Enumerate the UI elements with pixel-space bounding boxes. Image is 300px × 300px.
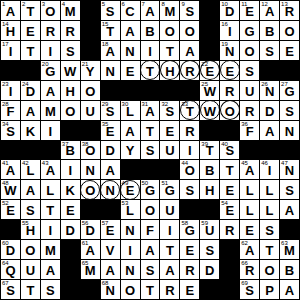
letter: U — [165, 204, 174, 219]
block-cell-r1c11 — [200, 1, 219, 20]
cell-r10c3: L — [41, 180, 60, 199]
letter: L — [246, 184, 254, 199]
cell-r6c14: D — [260, 101, 279, 120]
block-cell-r12c1 — [1, 220, 20, 239]
letter: T — [26, 45, 34, 60]
letter: E — [225, 184, 234, 199]
cell-r13c14: T — [260, 240, 279, 259]
block-cell-r4c15 — [280, 61, 299, 80]
cell-r12c6: 57E — [101, 220, 120, 239]
cell-r2c13: G — [240, 21, 259, 40]
block-cell-r14c12 — [220, 260, 239, 279]
clue-number: 14 — [2, 21, 9, 28]
clue-number: 8 — [161, 1, 164, 8]
letter: A — [285, 284, 294, 299]
cell-r5c3: A — [41, 81, 60, 100]
clue-number: 52 — [2, 200, 9, 207]
letter: U — [245, 85, 254, 100]
cell-r8c5: 38O — [81, 141, 100, 160]
cell-r6c12: O — [220, 101, 239, 120]
letter: A — [125, 125, 134, 140]
clue-number: 65 — [82, 260, 89, 267]
cell-r11c9: U — [160, 200, 179, 219]
clue-number: 50 — [142, 180, 149, 187]
letter: O — [265, 264, 275, 279]
cell-r10c10: S — [180, 180, 199, 199]
cell-r7c9: E — [160, 121, 179, 140]
letter: L — [46, 184, 54, 199]
clue-number: 3 — [42, 1, 45, 8]
cell-r12c13: E — [240, 220, 259, 239]
letter: R — [165, 284, 174, 299]
cell-r15c13: 69S — [240, 280, 259, 299]
cell-r7c6: 35E — [101, 121, 120, 140]
cell-r9c10: 44O — [180, 160, 199, 179]
clue-number: 28 — [2, 101, 9, 108]
clue-number: 37 — [62, 141, 69, 148]
cell-r6c7: 30L — [121, 101, 140, 120]
clue-number: 61 — [82, 240, 89, 247]
cell-r11c7: 53L — [121, 200, 140, 219]
cell-r13c8: A — [141, 240, 160, 259]
clue-number: 16 — [221, 21, 228, 28]
letter: K — [66, 184, 75, 199]
cell-r2c2: E — [21, 21, 40, 40]
cell-r8c7: Y — [121, 141, 140, 160]
letter: O — [125, 284, 135, 299]
clue-number: 58 — [181, 220, 188, 227]
letter: E — [186, 244, 195, 259]
letter: E — [245, 224, 254, 239]
cell-r2c6: 15T — [101, 21, 120, 40]
cell-r1c14: 12A — [260, 1, 279, 20]
cell-r12c2: 55H — [21, 220, 40, 239]
cell-r9c4: I — [61, 160, 80, 179]
cell-r8c12: 40S — [220, 141, 239, 160]
cell-r8c4: 37B — [61, 141, 80, 160]
cell-r12c12: R — [220, 220, 239, 239]
cell-r10c5: O — [81, 180, 100, 199]
letter: N — [125, 264, 134, 279]
letter: L — [266, 184, 274, 199]
letter: I — [228, 25, 232, 40]
cell-r2c4: R — [61, 21, 80, 40]
letter: A — [145, 244, 154, 259]
clue-number: 66 — [241, 260, 248, 267]
clue-number: 9 — [181, 1, 184, 8]
cell-r6c2: A — [21, 101, 40, 120]
cell-r10c6: N — [101, 180, 120, 199]
cell-r5c5: O — [81, 81, 100, 100]
cell-r2c1: 14H — [1, 21, 20, 40]
cell-r6c10: 33T — [180, 101, 199, 120]
letter: I — [9, 85, 13, 100]
block-cell-r11c6 — [101, 200, 120, 219]
block-cell-r12c15 — [280, 220, 299, 239]
block-cell-r9c7 — [121, 160, 140, 179]
cell-r8c9: U — [160, 141, 179, 160]
block-cell-r5c8 — [141, 81, 160, 100]
letter: E — [26, 25, 35, 40]
cell-r14c9: A — [160, 260, 179, 279]
clue-number: 33 — [181, 101, 188, 108]
letter: N — [125, 45, 134, 60]
letter: A — [145, 5, 154, 20]
clue-number: 10 — [221, 1, 228, 8]
clue-number: 43 — [42, 160, 49, 167]
letter: D — [66, 224, 75, 239]
cell-r13c5: 61A — [81, 240, 100, 259]
letter: R — [185, 264, 194, 279]
cell-r11c4: E — [61, 200, 80, 219]
cell-r14c1: 64Q — [1, 260, 20, 279]
cell-r5c11: 25W — [200, 81, 219, 100]
cell-r9c11: B — [200, 160, 219, 179]
block-cell-r3c11 — [200, 41, 219, 60]
cell-r14c14: O — [260, 260, 279, 279]
letter: O — [45, 5, 55, 20]
letter: V — [106, 244, 115, 259]
cell-r15c2: T — [21, 280, 40, 299]
block-cell-r2c11 — [200, 21, 219, 40]
cell-r9c15: 47N — [280, 160, 299, 179]
letter: E — [166, 125, 175, 140]
block-cell-r15c11 — [200, 280, 219, 299]
letter: H — [66, 85, 75, 100]
letter: Y — [126, 144, 135, 159]
block-cell-r2c5 — [81, 21, 100, 40]
clue-number: 20 — [42, 61, 49, 68]
cell-r4c9: H — [160, 61, 179, 80]
cell-r13c15: 63M — [280, 240, 299, 259]
cell-r7c15: N — [280, 121, 299, 140]
letter: R — [46, 25, 55, 40]
cell-r7c7: A — [121, 121, 140, 140]
cell-r1c10: 9S — [180, 1, 199, 20]
letter: O — [185, 25, 195, 40]
letter: E — [66, 204, 75, 219]
cell-r10c1: 48W — [1, 180, 20, 199]
cell-r1c2: 2T — [21, 1, 40, 20]
letter: U — [85, 105, 94, 120]
letter: S — [265, 45, 274, 60]
letter: O — [284, 25, 294, 40]
cell-r12c4: D — [61, 220, 80, 239]
clue-number: 67 — [2, 280, 9, 287]
cell-r11c15: A — [280, 200, 299, 219]
letter: A — [46, 264, 55, 279]
clue-number: 11 — [241, 1, 247, 8]
cell-r14c15: B — [280, 260, 299, 279]
block-cell-r1c5 — [81, 1, 100, 20]
cell-r13c2: O — [21, 240, 40, 259]
letter: I — [49, 224, 53, 239]
block-cell-r8c14 — [260, 141, 279, 160]
cell-r1c12: 10D — [220, 1, 239, 20]
cell-r6c5: U — [81, 101, 100, 120]
clue-number: 19 — [221, 41, 228, 48]
cell-r6c3: M — [41, 101, 60, 120]
cell-r14c8: S — [141, 260, 160, 279]
cell-r1c6: 5S — [101, 1, 120, 20]
cell-r5c14: 26N — [260, 81, 279, 100]
cell-r4c13: S — [240, 61, 259, 80]
cell-r13c11: S — [200, 240, 219, 259]
cell-r13c7: I — [121, 240, 140, 259]
letter: T — [266, 244, 274, 259]
clue-number: 29 — [102, 101, 109, 108]
block-cell-r7c4 — [61, 121, 80, 140]
block-cell-r5c6 — [101, 81, 120, 100]
cell-r11c3: T — [41, 200, 60, 219]
cell-r3c6: 18A — [101, 41, 120, 60]
letter: S — [285, 105, 294, 120]
clue-number: 21 — [82, 61, 89, 68]
letter: R — [185, 125, 194, 140]
cell-r7c1: 34S — [1, 121, 20, 140]
letter: A — [46, 85, 55, 100]
cell-r15c7: O — [121, 280, 140, 299]
letter: N — [105, 184, 114, 199]
cell-r7c13: 36F — [240, 121, 259, 140]
cell-r15c10: E — [180, 280, 199, 299]
letter: I — [168, 224, 172, 239]
cell-r10c4: K — [61, 180, 80, 199]
cell-r4c7: E — [121, 61, 140, 80]
letter: P — [265, 284, 274, 299]
letter: C — [125, 5, 134, 20]
clue-number: 60 — [2, 240, 9, 247]
cell-r14c11: D — [200, 260, 219, 279]
cell-r3c7: N — [121, 41, 140, 60]
cell-r14c13: 66R — [240, 260, 259, 279]
cell-r12c7: N — [121, 220, 140, 239]
cell-r10c9: 51G — [160, 180, 179, 199]
cell-r12c10: 58G — [180, 220, 199, 239]
block-cell-r7c11 — [200, 121, 219, 140]
cell-r15c1: 67S — [1, 280, 20, 299]
block-cell-r8c13 — [240, 141, 259, 160]
cell-r4c11: 22E — [200, 61, 219, 80]
letter: U — [165, 144, 174, 159]
clue-number: 1 — [2, 1, 5, 8]
cell-r10c15: S — [280, 180, 299, 199]
letter: T — [146, 125, 154, 140]
clue-number: 68 — [102, 280, 109, 287]
clue-number: 49 — [122, 180, 129, 187]
letter: I — [268, 164, 272, 179]
cell-r4c10: R — [180, 61, 199, 80]
letter: S — [205, 244, 214, 259]
letter: S — [46, 284, 55, 299]
block-cell-r13c12 — [220, 240, 239, 259]
letter: S — [285, 184, 294, 199]
crossword-board: 1A2T3O4M5S6C7A8M9S10D11E12A13R14HERR15TA… — [0, 0, 300, 300]
letter: I — [68, 164, 72, 179]
cell-r10c2: A — [21, 180, 40, 199]
clue-number: 53 — [122, 200, 129, 207]
cell-r12c11: 59U — [200, 220, 219, 239]
block-cell-r8c3 — [41, 141, 60, 160]
cell-r2c8: B — [141, 21, 160, 40]
clue-number: 5 — [102, 1, 105, 8]
cell-r9c6: A — [101, 160, 120, 179]
letter: M — [65, 5, 76, 20]
cell-r5c1: 23I — [1, 81, 20, 100]
letter: E — [126, 65, 135, 80]
block-cell-r13c4 — [61, 240, 80, 259]
cell-r2c9: O — [160, 21, 179, 40]
cell-r3c15: E — [280, 41, 299, 60]
cell-r11c14: L — [260, 200, 279, 219]
cell-r3c12: 19N — [220, 41, 239, 60]
clue-number: 12 — [261, 1, 268, 8]
cell-r12c5: 56D — [81, 220, 100, 239]
clue-number: 34 — [2, 121, 9, 128]
block-cell-r15c5 — [81, 280, 100, 299]
clue-number: 69 — [241, 280, 248, 287]
cell-r4c6: N — [101, 61, 120, 80]
block-cell-r7c5 — [81, 121, 100, 140]
cell-r6c11: W — [200, 101, 219, 120]
cell-r13c6: V — [101, 240, 120, 259]
letter: I — [49, 125, 53, 140]
block-cell-r9c9 — [160, 160, 179, 179]
cell-r3c13: O — [240, 41, 259, 60]
clue-number: 55 — [22, 220, 29, 227]
cell-r1c15: 13R — [280, 1, 299, 20]
clue-number: 27 — [281, 81, 288, 88]
letter: A — [165, 264, 174, 279]
cell-r8c8: S — [141, 141, 160, 160]
block-cell-r5c9 — [160, 81, 179, 100]
cell-r10c11: H — [200, 180, 219, 199]
cell-r1c3: 3O — [41, 1, 60, 20]
letter: E — [225, 65, 234, 80]
clue-number: 25 — [201, 81, 208, 88]
letter: I — [148, 45, 152, 60]
clue-number: 46 — [261, 160, 268, 167]
cell-r11c1: 52E — [1, 200, 20, 219]
cell-r4c12: E — [220, 61, 239, 80]
letter: B — [265, 25, 274, 40]
cell-r6c4: O — [61, 101, 80, 120]
cell-r9c2: 42L — [21, 160, 40, 179]
cell-r3c9: T — [160, 41, 179, 60]
letter: F — [146, 224, 154, 239]
letter: T — [26, 284, 34, 299]
cell-r14c3: A — [41, 260, 60, 279]
cell-r9c12: T — [220, 160, 239, 179]
block-cell-r8c1 — [1, 141, 20, 160]
clue-number: 40 — [221, 141, 228, 148]
clue-number: 45 — [241, 160, 248, 167]
cell-r5c15: 27G — [280, 81, 299, 100]
letter: B — [205, 164, 214, 179]
clue-number: 48 — [2, 180, 9, 187]
letter: L — [246, 204, 254, 219]
cell-r12c3: I — [41, 220, 60, 239]
clue-number: 24 — [22, 81, 29, 88]
letter: A — [105, 264, 114, 279]
letter: R — [185, 65, 194, 80]
cell-r5c13: U — [240, 81, 259, 100]
cell-r3c8: I — [141, 41, 160, 60]
clue-number: 23 — [2, 81, 9, 88]
clue-number: 26 — [261, 81, 268, 88]
clue-number: 7 — [142, 1, 145, 8]
clue-number: 22 — [201, 61, 208, 68]
clue-number: 63 — [281, 240, 288, 247]
letter: S — [66, 45, 75, 60]
cell-r1c1: 1A — [1, 1, 20, 20]
letter: I — [188, 144, 192, 159]
cell-r8c10: I — [180, 141, 199, 160]
letter: H — [165, 65, 174, 80]
cell-r6c13: R — [240, 101, 259, 120]
cell-r4c8: T — [141, 61, 160, 80]
cell-r2c12: 16I — [220, 21, 239, 40]
clue-number: 18 — [102, 41, 109, 48]
cell-r7c10: R — [180, 121, 199, 140]
cell-r13c3: M — [41, 240, 60, 259]
letter: L — [266, 204, 274, 219]
block-cell-r4c2 — [21, 61, 40, 80]
clue-number: 2 — [22, 1, 25, 8]
cell-r11c13: L — [240, 200, 259, 219]
cell-r6c6: 29S — [101, 101, 120, 120]
cell-r1c7: 6C — [121, 1, 140, 20]
cell-r15c8: T — [141, 280, 160, 299]
cell-r13c13: 62A — [240, 240, 259, 259]
letter: A — [285, 204, 294, 219]
block-cell-r14c4 — [61, 260, 80, 279]
letter: T — [46, 204, 54, 219]
clue-number: 36 — [241, 121, 248, 128]
cell-r1c4: 4M — [61, 1, 80, 20]
letter: T — [226, 164, 234, 179]
clue-number: 13 — [281, 1, 288, 8]
block-cell-r3c5 — [81, 41, 100, 60]
letter: E — [186, 284, 195, 299]
letter: N — [125, 224, 134, 239]
cell-r3c3: I — [41, 41, 60, 60]
letter: I — [9, 45, 13, 60]
letter: A — [185, 45, 194, 60]
letter: T — [166, 244, 174, 259]
cell-r9c1: 41A — [1, 160, 20, 179]
cell-r9c5: N — [81, 160, 100, 179]
cell-r10c8: 50G — [141, 180, 160, 199]
letter: N — [285, 125, 294, 140]
letter: T — [146, 65, 154, 80]
cell-r15c9: R — [160, 280, 179, 299]
letter: M — [45, 105, 56, 120]
cell-r3c4: S — [61, 41, 80, 60]
letter: A — [125, 25, 134, 40]
cell-r15c3: S — [41, 280, 60, 299]
cell-r1c13: 11E — [240, 1, 259, 20]
clue-number: 17 — [2, 41, 9, 48]
letter: U — [26, 264, 35, 279]
letter: R — [66, 25, 75, 40]
cell-r9c13: 45A — [240, 160, 259, 179]
letter: M — [45, 244, 56, 259]
cell-r6c8: 31A — [141, 101, 160, 120]
letter: O — [65, 105, 75, 120]
letter: T — [166, 45, 174, 60]
cell-r5c4: H — [61, 81, 80, 100]
